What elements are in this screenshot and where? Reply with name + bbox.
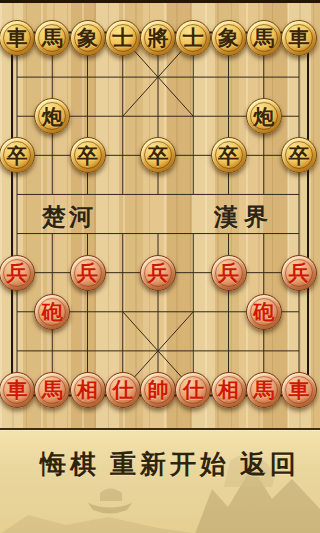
piece-red-general[interactable]: 帥	[140, 372, 176, 408]
top-border	[0, 0, 320, 3]
restart-button[interactable]: 重新开始	[110, 447, 230, 482]
piece-red-chariot[interactable]: 車	[281, 372, 317, 408]
piece-red-soldier[interactable]: 兵	[70, 255, 106, 291]
piece-red-elephant[interactable]: 相	[70, 372, 106, 408]
piece-black-soldier[interactable]: 卒	[281, 137, 317, 173]
piece-black-advisor[interactable]: 士	[175, 20, 211, 56]
piece-red-horse[interactable]: 馬	[246, 372, 282, 408]
piece-red-soldier[interactable]: 兵	[281, 255, 317, 291]
piece-black-elephant[interactable]: 象	[70, 20, 106, 56]
controls: 悔棋 重新开始 返回	[0, 447, 320, 482]
piece-black-general[interactable]: 將	[140, 20, 176, 56]
piece-black-advisor[interactable]: 士	[105, 20, 141, 56]
piece-black-cannon[interactable]: 炮	[246, 98, 282, 134]
piece-red-elephant[interactable]: 相	[211, 372, 247, 408]
piece-red-soldier[interactable]: 兵	[211, 255, 247, 291]
piece-red-soldier[interactable]: 兵	[140, 255, 176, 291]
piece-black-horse[interactable]: 馬	[246, 20, 282, 56]
piece-red-cannon[interactable]: 砲	[246, 294, 282, 330]
piece-black-cannon[interactable]: 炮	[34, 98, 70, 134]
piece-black-soldier[interactable]: 卒	[140, 137, 176, 173]
piece-red-cannon[interactable]: 砲	[34, 294, 70, 330]
back-button[interactable]: 返回	[240, 447, 300, 482]
piece-black-elephant[interactable]: 象	[211, 20, 247, 56]
piece-black-soldier[interactable]: 卒	[211, 137, 247, 173]
board-grid: 車馬象士將士象馬車炮炮卒卒卒卒卒兵兵兵兵兵砲砲車馬相仕帥仕相馬車	[0, 18, 317, 409]
piece-red-chariot[interactable]: 車	[0, 372, 35, 408]
piece-black-chariot[interactable]: 車	[281, 20, 317, 56]
piece-black-soldier[interactable]: 卒	[70, 137, 106, 173]
piece-black-soldier[interactable]: 卒	[0, 137, 35, 173]
piece-black-chariot[interactable]: 車	[0, 20, 35, 56]
xiangqi-app: 楚河 漢界 車馬象士將士象馬車炮炮卒卒卒卒卒兵兵兵兵兵砲砲車馬相仕帥仕相馬車 悔…	[0, 0, 320, 533]
piece-red-advisor[interactable]: 仕	[105, 372, 141, 408]
piece-red-advisor[interactable]: 仕	[175, 372, 211, 408]
undo-button[interactable]: 悔棋	[40, 447, 100, 482]
piece-red-soldier[interactable]: 兵	[0, 255, 35, 291]
piece-black-horse[interactable]: 馬	[34, 20, 70, 56]
board[interactable]: 楚河 漢界 車馬象士將士象馬車炮炮卒卒卒卒卒兵兵兵兵兵砲砲車馬相仕帥仕相馬車	[0, 0, 320, 430]
control-bar: 悔棋 重新开始 返回	[0, 430, 320, 533]
piece-red-horse[interactable]: 馬	[34, 372, 70, 408]
